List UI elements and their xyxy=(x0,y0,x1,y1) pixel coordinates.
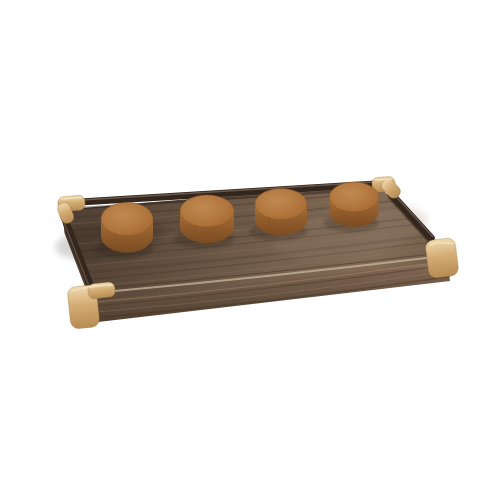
product-photo-scene xyxy=(0,0,500,500)
tray-with-pieces-illustration xyxy=(0,0,500,500)
piece-top xyxy=(101,203,153,236)
corner-fitting-front-right xyxy=(425,237,459,278)
piece-top xyxy=(255,189,307,220)
piece-top xyxy=(180,195,234,227)
game-piece-2[interactable] xyxy=(174,195,234,249)
piece-top xyxy=(330,182,379,212)
